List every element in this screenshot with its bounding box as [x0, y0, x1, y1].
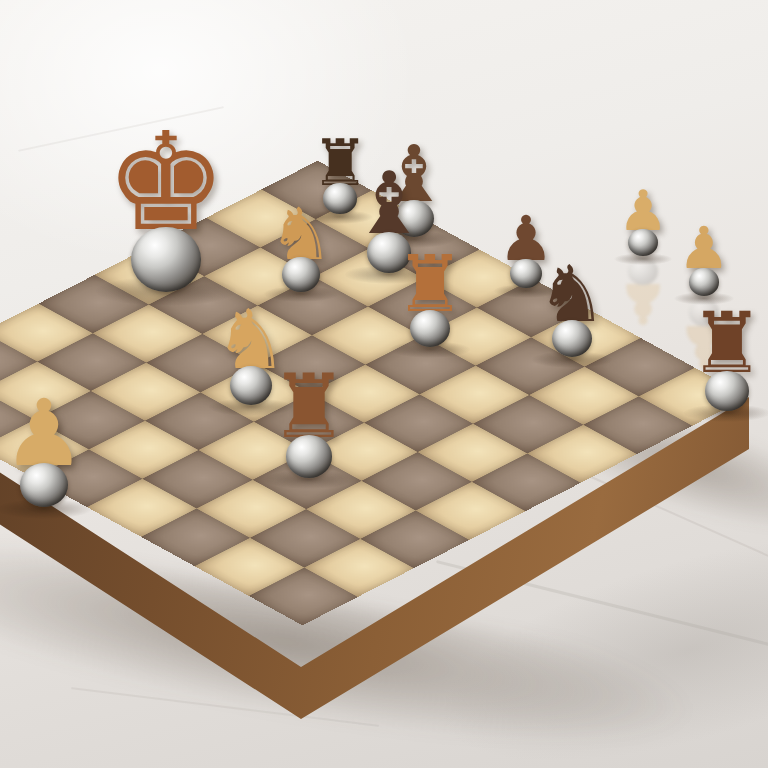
captured-white-pawn[interactable]: ♟ — [615, 185, 671, 259]
captured-white-pawn[interactable]: ♟ — [675, 222, 733, 299]
chrome-ball-base — [628, 229, 657, 256]
chrome-ball-base — [20, 463, 68, 507]
chrome-ball-base — [689, 268, 719, 296]
black-rook[interactable]: ♜ — [685, 305, 768, 416]
chrome-ball-base — [286, 435, 332, 477]
pawn-glyph: ♟ — [618, 277, 668, 329]
marble-piece-reflection: ♟ — [615, 255, 671, 329]
black-knight[interactable]: ♞ — [533, 259, 611, 362]
black-rook[interactable]: ♜ — [265, 367, 353, 483]
scene: ♚♜♝♝♞♜♞♜♟♞♜♟♟♟♟♟ — [0, 0, 768, 768]
white-knight[interactable]: ♞ — [265, 201, 337, 296]
chrome-ball-base — [282, 257, 319, 292]
white-pawn[interactable]: ♟ — [0, 392, 90, 513]
chrome-ball-base — [705, 371, 749, 411]
white-rook[interactable]: ♜ — [391, 249, 469, 352]
white-king[interactable]: ♚ — [98, 120, 234, 300]
